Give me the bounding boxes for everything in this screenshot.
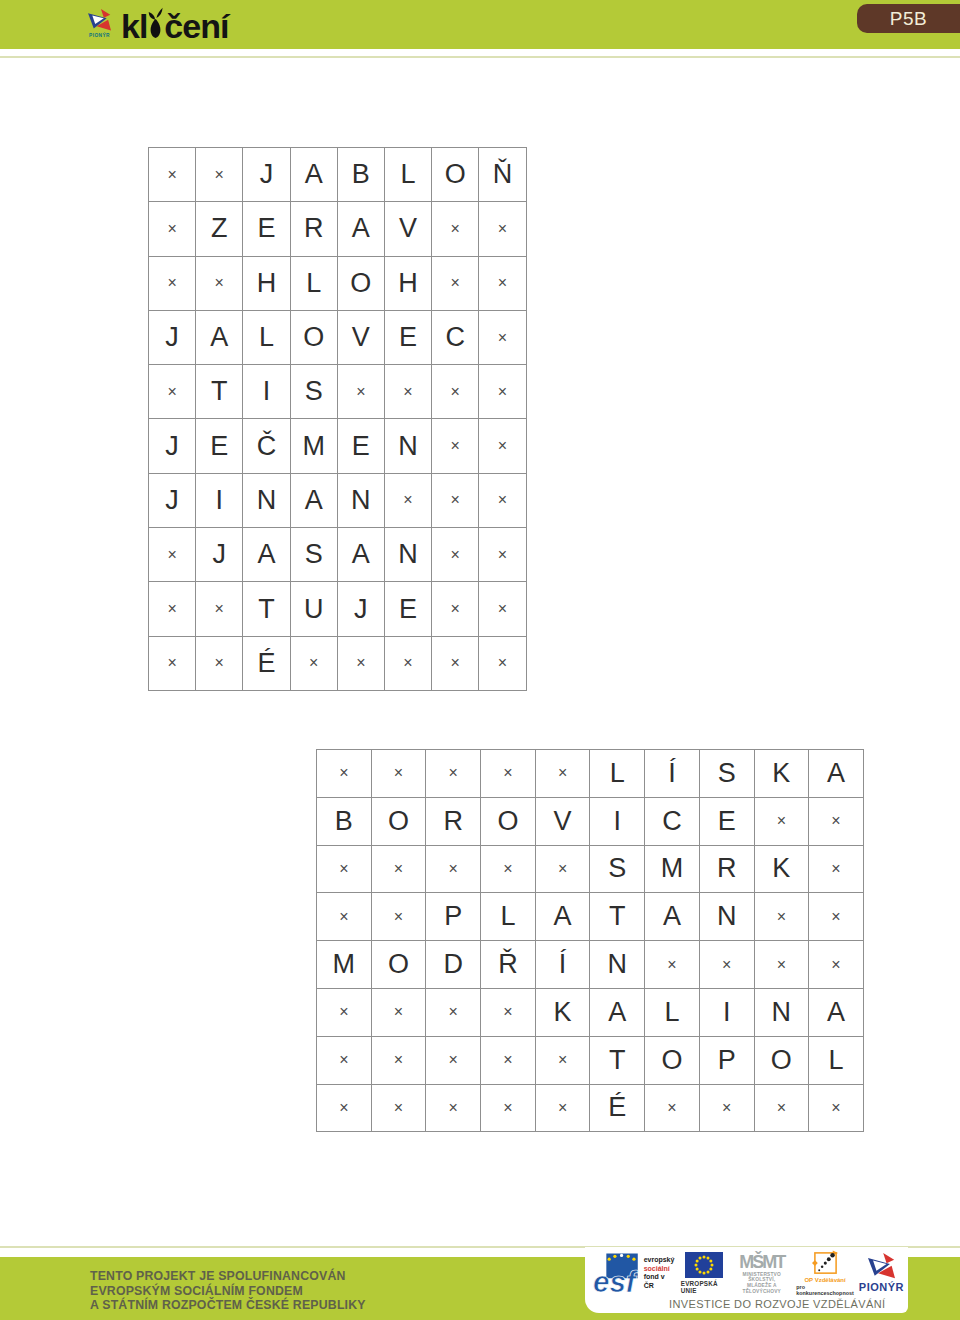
letter-cell: Č [243,419,290,473]
letter-cell: A [243,528,290,582]
funding-line-3: A STÁTNÍM ROZPOČTEM ČESKÉ REPUBLIKY [90,1298,366,1313]
letter-cell: R [426,798,481,846]
letter-cell: S [700,750,755,798]
esf-caption-line2: sociální [644,1265,676,1274]
crossed-cell: × [426,750,481,798]
letter-cell: P [426,893,481,941]
letter-cell: I [196,474,243,528]
letter-cell: E [385,311,432,365]
letter-cell: E [700,798,755,846]
letter-cell: É [243,637,290,691]
letter-cell: O [645,1037,700,1085]
letter-cell: L [291,257,338,311]
crossed-cell: × [196,637,243,691]
letter-cell: Ř [481,941,536,989]
crossed-cell: × [809,1085,864,1133]
crossed-cell: × [536,846,591,894]
title-part-after: čení [164,6,228,46]
crossed-cell: × [196,257,243,311]
crossed-cell: × [149,528,196,582]
letter-cell: T [590,1037,645,1085]
letter-cell: Í [645,750,700,798]
op-caption-line1: OP Vzdělávání [804,1277,845,1284]
op-caption-line2: pro konkurenceschopnost [796,1284,854,1297]
letter-cell: M [317,941,372,989]
funding-statement: TENTO PROJEKT JE SPOLUFINANCOVÁN EVROPSK… [90,1269,366,1313]
crossed-cell: × [479,419,526,473]
letter-cell: S [590,846,645,894]
crossed-cell: × [317,893,372,941]
letter-cell: E [385,582,432,636]
crossed-cell: × [645,941,700,989]
letter-cell: A [196,311,243,365]
letter-cell: O [755,1037,810,1085]
letter-cell: H [385,257,432,311]
letter-cell: N [700,893,755,941]
funding-line-2: EVROPSKÝM SOCIÁLNÍM FONDEM [90,1284,366,1299]
letter-cell: I [243,365,290,419]
esf-caption: evropský sociální fond v ČR [644,1256,676,1290]
pionyr-caption: PIONÝR [859,1281,904,1293]
msmt-monogram: MŠMT [739,1252,784,1272]
letter-cell: N [385,419,432,473]
divider-line-top [0,56,960,58]
pionyr-footer-logo: PIONÝR [859,1253,904,1293]
crossed-cell: × [479,202,526,256]
crossed-cell: × [291,637,338,691]
crossed-cell: × [645,1085,700,1133]
letter-cell: I [590,798,645,846]
crossed-cell: × [479,582,526,636]
crossed-cell: × [317,1085,372,1133]
letter-cell: A [645,893,700,941]
crossed-cell: × [755,893,810,941]
puzzle-grid-2: ×××××LÍSKABOROVICE×××××××SMRK×××PLATAN××… [316,749,864,1132]
letter-cell: A [291,148,338,202]
crossed-cell: × [317,750,372,798]
pionyr-bird-icon [866,1253,897,1280]
letter-cell: U [291,582,338,636]
letter-cell: C [432,311,479,365]
letter-cell: K [755,750,810,798]
crossed-cell: × [809,941,864,989]
letter-cell: O [481,798,536,846]
letter-cell: N [590,941,645,989]
letter-cell: A [809,989,864,1037]
crossed-cell: × [149,637,196,691]
eu-flag-icon [685,1252,723,1278]
letter-cell: J [149,311,196,365]
brand: PIONÝR kl čení [86,6,228,46]
letter-cell: O [291,311,338,365]
crossed-cell: × [196,582,243,636]
letter-cell: V [536,798,591,846]
letter-cell: M [291,419,338,473]
letter-cell: O [338,257,385,311]
letter-cell: B [317,798,372,846]
letter-cell: J [149,419,196,473]
letter-cell: E [196,419,243,473]
crossed-cell: × [700,941,755,989]
letter-cell: L [645,989,700,1037]
letter-cell: S [291,365,338,419]
page-title: kl čení [121,6,228,46]
letter-cell: J [196,528,243,582]
crossed-cell: × [481,750,536,798]
letter-cell: A [809,750,864,798]
crossed-cell: × [372,1085,427,1133]
letter-cell: Z [196,202,243,256]
msmt-caption-line1: MINISTERSTVO ŠKOLSTVÍ, [732,1272,791,1283]
letter-cell: K [536,989,591,1037]
op-vzdelavani-icon [812,1250,839,1277]
letter-cell: E [243,202,290,256]
crossed-cell: × [479,257,526,311]
letter-cell: L [590,750,645,798]
letter-cell: Ň [479,148,526,202]
letter-cell: V [385,202,432,256]
letter-cell: S [291,528,338,582]
title-part-before: kl [121,6,147,46]
svg-text:esf: esf [593,1264,639,1294]
crossed-cell: × [149,202,196,256]
crossed-cell: × [755,1085,810,1133]
crossed-cell: × [385,365,432,419]
crossed-cell: × [372,1037,427,1085]
crossed-cell: × [317,846,372,894]
sponsor-logo-box: esf evropský sociální fond v ČR [585,1247,908,1313]
crossed-cell: × [149,257,196,311]
page-code-badge: P5B [857,4,960,33]
crossed-cell: × [426,1037,481,1085]
crossed-cell: × [809,798,864,846]
sprouting-seed-icon [148,7,163,39]
crossed-cell: × [432,202,479,256]
letter-cell: O [372,798,427,846]
crossed-cell: × [700,1085,755,1133]
crossed-cell: × [809,893,864,941]
letter-cell: N [243,474,290,528]
crossed-cell: × [372,893,427,941]
sponsor-logos-row: esf evropský sociální fond v ČR [585,1247,908,1296]
crossed-cell: × [755,941,810,989]
letter-cell: A [291,474,338,528]
letter-cell: J [149,474,196,528]
crossed-cell: × [372,846,427,894]
crossed-cell: × [809,846,864,894]
crossed-cell: × [426,989,481,1037]
letter-cell: N [385,528,432,582]
crossed-cell: × [149,582,196,636]
crossed-cell: × [432,637,479,691]
letter-cell: A [536,893,591,941]
letter-cell: H [243,257,290,311]
eu-caption: EVROPSKÁ UNIE [681,1280,728,1294]
crossed-cell: × [372,989,427,1037]
crossed-cell: × [196,148,243,202]
letter-cell: É [590,1085,645,1133]
crossed-cell: × [372,750,427,798]
crossed-cell: × [481,989,536,1037]
esf-logo: esf evropský sociální fond v ČR [593,1252,676,1295]
investment-line: INVESTICE DO ROZVOJE VZDĚLÁVÁNÍ [669,1298,886,1310]
crossed-cell: × [317,1037,372,1085]
eu-flag-logo: EVROPSKÁ UNIE [681,1252,728,1294]
crossed-cell: × [479,528,526,582]
letter-cell: N [338,474,385,528]
letter-cell: L [243,311,290,365]
letter-cell: I [700,989,755,1037]
funding-line-1: TENTO PROJEKT JE SPOLUFINANCOVÁN [90,1269,366,1284]
crossed-cell: × [536,1085,591,1133]
crossed-cell: × [149,365,196,419]
crossed-cell: × [479,365,526,419]
crossed-cell: × [536,1037,591,1085]
letter-cell: O [372,941,427,989]
letter-cell: Í [536,941,591,989]
letter-cell: K [755,846,810,894]
crossed-cell: × [479,311,526,365]
letter-cell: O [432,148,479,202]
letter-cell: L [481,893,536,941]
pionyr-logo-label: PIONÝR [89,33,110,38]
crossed-cell: × [432,419,479,473]
crossed-cell: × [338,365,385,419]
letter-cell: L [809,1037,864,1085]
pionyr-logo: PIONÝR [86,6,113,38]
letter-cell: A [338,528,385,582]
letter-cell: M [645,846,700,894]
letter-cell: L [385,148,432,202]
crossed-cell: × [317,989,372,1037]
letter-cell: B [338,148,385,202]
crossed-cell: × [149,148,196,202]
letter-cell: J [243,148,290,202]
letter-cell: A [338,202,385,256]
crossed-cell: × [432,365,479,419]
crossed-cell: × [385,474,432,528]
crossed-cell: × [479,474,526,528]
crossed-cell: × [432,582,479,636]
crossed-cell: × [432,257,479,311]
letter-cell: T [243,582,290,636]
crossed-cell: × [432,528,479,582]
letter-cell: A [590,989,645,1037]
crossed-cell: × [536,750,591,798]
letter-cell: V [338,311,385,365]
letter-cell: T [590,893,645,941]
crossed-cell: × [481,846,536,894]
crossed-cell: × [479,637,526,691]
letter-cell: C [645,798,700,846]
op-vzdelavani-logo: OP Vzdělávání pro konkurenceschopnost [796,1250,854,1297]
letter-cell: T [196,365,243,419]
crossed-cell: × [755,798,810,846]
msmt-logo: MŠMT MINISTERSTVO ŠKOLSTVÍ, MLÁDEŽE A TĚ… [732,1252,791,1294]
letter-cell: J [338,582,385,636]
letter-cell: P [700,1037,755,1085]
crossed-cell: × [432,474,479,528]
msmt-caption-line2: MLÁDEŽE A TĚLOVÝCHOVY [732,1283,791,1294]
crossed-cell: × [385,637,432,691]
worksheet-page: PIONÝR kl čení P5B ××JABLOŇ×ZERAV××××HLO… [0,0,960,1320]
letter-cell: N [755,989,810,1037]
letter-cell: E [338,419,385,473]
pionyr-bird-icon [86,9,113,32]
puzzle-grid-1: ××JABLOŇ×ZERAV××××HLOH××JALOVEC××TIS××××… [148,147,527,691]
esf-icon: esf [593,1252,641,1295]
letter-cell: D [426,941,481,989]
crossed-cell: × [426,1085,481,1133]
crossed-cell: × [426,846,481,894]
letter-cell: R [291,202,338,256]
crossed-cell: × [338,637,385,691]
esf-caption-line1: evropský [644,1256,676,1265]
crossed-cell: × [481,1037,536,1085]
letter-cell: R [700,846,755,894]
esf-caption-line3: fond v ČR [644,1273,676,1290]
crossed-cell: × [481,1085,536,1133]
